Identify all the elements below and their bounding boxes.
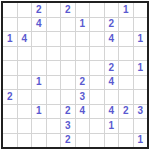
clue-cell: 1 [134,61,148,75]
empty-cell[interactable] [3,134,17,148]
empty-cell[interactable] [76,119,90,133]
clue-cell: 4 [32,18,46,32]
empty-cell[interactable] [90,76,104,90]
empty-cell[interactable] [18,47,32,61]
clue-cell: 3 [61,119,75,133]
empty-cell[interactable] [76,32,90,46]
empty-cell[interactable] [18,76,32,90]
empty-cell[interactable] [32,119,46,133]
empty-cell[interactable] [119,134,133,148]
empty-cell[interactable] [90,105,104,119]
clue-cell: 2 [61,105,75,119]
clue-cell: 1 [119,3,133,17]
empty-cell[interactable] [47,47,61,61]
empty-cell[interactable] [61,47,75,61]
empty-cell[interactable] [119,47,133,61]
empty-cell[interactable] [47,32,61,46]
clue-cell: 2 [105,18,119,32]
clue-cell: 1 [32,76,46,90]
clue-cell: 3 [134,105,148,119]
clue-cell: 2 [32,3,46,17]
empty-cell[interactable] [90,18,104,32]
clue-cell: 4 [105,105,119,119]
empty-cell[interactable] [47,61,61,75]
empty-cell[interactable] [105,134,119,148]
empty-cell[interactable] [119,119,133,133]
empty-cell[interactable] [18,90,32,104]
clue-cell: 1 [105,119,119,133]
empty-cell[interactable] [76,134,90,148]
empty-cell[interactable] [119,76,133,90]
empty-cell[interactable] [105,90,119,104]
clue-cell: 2 [61,134,75,148]
empty-cell[interactable] [90,3,104,17]
clue-cell: 2 [61,3,75,17]
empty-cell[interactable] [134,90,148,104]
clue-cell: 1 [76,18,90,32]
empty-cell[interactable] [32,90,46,104]
empty-cell[interactable] [47,76,61,90]
empty-cell[interactable] [90,61,104,75]
empty-cell[interactable] [119,18,133,32]
clue-cell: 3 [76,90,90,104]
clue-cell: 4 [105,76,119,90]
empty-cell[interactable] [105,3,119,17]
empty-cell[interactable] [47,119,61,133]
puzzle-grid: 221412144121124231244233121 [3,3,147,147]
empty-cell[interactable] [18,119,32,133]
empty-cell[interactable] [3,3,17,17]
empty-cell[interactable] [90,134,104,148]
empty-cell[interactable] [18,134,32,148]
empty-cell[interactable] [18,105,32,119]
empty-cell[interactable] [47,3,61,17]
empty-cell[interactable] [105,47,119,61]
clue-cell: 1 [134,134,148,148]
puzzle-page: 221412144121124231244233121 [0,0,150,150]
empty-cell[interactable] [90,32,104,46]
empty-cell[interactable] [32,47,46,61]
empty-cell[interactable] [32,61,46,75]
clue-cell: 1 [134,32,148,46]
empty-cell[interactable] [47,90,61,104]
empty-cell[interactable] [3,105,17,119]
clue-cell: 2 [105,61,119,75]
clue-cell: 4 [76,105,90,119]
empty-cell[interactable] [134,47,148,61]
empty-cell[interactable] [76,3,90,17]
empty-cell[interactable] [47,18,61,32]
empty-cell[interactable] [90,119,104,133]
empty-cell[interactable] [119,32,133,46]
empty-cell[interactable] [18,18,32,32]
empty-cell[interactable] [47,105,61,119]
empty-cell[interactable] [119,61,133,75]
empty-cell[interactable] [61,18,75,32]
clue-cell: 4 [18,32,32,46]
empty-cell[interactable] [3,76,17,90]
empty-cell[interactable] [90,90,104,104]
empty-cell[interactable] [119,90,133,104]
empty-cell[interactable] [32,134,46,148]
clue-cell: 1 [3,32,17,46]
empty-cell[interactable] [18,3,32,17]
empty-cell[interactable] [3,47,17,61]
clue-cell: 2 [3,90,17,104]
empty-cell[interactable] [61,76,75,90]
clue-cell: 2 [119,105,133,119]
empty-cell[interactable] [76,61,90,75]
empty-cell[interactable] [61,90,75,104]
empty-cell[interactable] [18,61,32,75]
empty-cell[interactable] [3,61,17,75]
clue-cell: 2 [76,76,90,90]
empty-cell[interactable] [90,47,104,61]
empty-cell[interactable] [134,119,148,133]
empty-cell[interactable] [134,3,148,17]
empty-cell[interactable] [134,18,148,32]
empty-cell[interactable] [134,76,148,90]
empty-cell[interactable] [32,32,46,46]
empty-cell[interactable] [61,32,75,46]
empty-cell[interactable] [3,18,17,32]
empty-cell[interactable] [3,119,17,133]
empty-cell[interactable] [47,134,61,148]
clue-cell: 4 [105,32,119,46]
empty-cell[interactable] [61,61,75,75]
puzzle-board: 221412144121124231244233121 [1,1,149,149]
clue-cell: 1 [32,105,46,119]
empty-cell[interactable] [76,47,90,61]
